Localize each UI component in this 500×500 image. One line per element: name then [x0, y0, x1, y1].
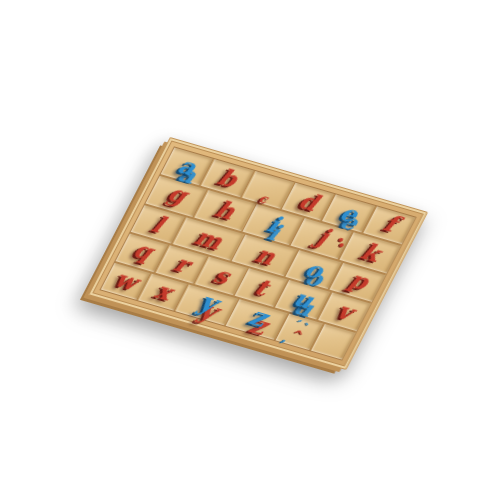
letter-tile-l[interactable]: l [150, 216, 166, 233]
letter-tile-n[interactable]: n [253, 246, 276, 265]
compartment-grid: aabcdeefghiijklmnoopqrstuuvwxyyzz´`^, [99, 146, 416, 360]
letter-tile-r[interactable]: r [172, 255, 191, 273]
letter-tile-f[interactable]: f [382, 215, 399, 233]
letter-tile-k[interactable]: k [359, 243, 382, 262]
letter-tile-c[interactable]: c [258, 194, 269, 204]
letter-tile-s[interactable]: s [211, 267, 231, 285]
letter-tile-t[interactable]: t [252, 279, 269, 297]
letter-tile-d[interactable]: d [297, 192, 320, 211]
letter-tile-x[interactable]: x [153, 283, 173, 302]
letter-dot-piece[interactable] [338, 238, 344, 243]
photo-background: aabcdeefghiijklmnoopqrstuuvwxyyzz´`^, [0, 0, 500, 500]
box-frame: aabcdeefghiijklmnoopqrstuuvwxyyzz´`^, [88, 137, 428, 370]
letter-tile-v[interactable]: v [334, 303, 354, 322]
alphabet-box: aabcdeefghiijklmnoopqrstuuvwxyyzz´`^, [88, 137, 428, 370]
letter-tile-h[interactable]: h [213, 201, 236, 220]
letter-tile-q[interactable]: q [131, 241, 154, 260]
letter-tile-g[interactable]: g [165, 185, 188, 204]
letter-dot-piece[interactable] [339, 243, 345, 248]
letter-tile-j[interactable]: j [315, 229, 330, 246]
letter-tile-w[interactable]: w [112, 271, 139, 291]
letter-tile-m[interactable]: m [193, 228, 224, 250]
letter-tile-b[interactable]: b [216, 169, 239, 188]
letter-tile-p[interactable]: p [347, 271, 370, 290]
